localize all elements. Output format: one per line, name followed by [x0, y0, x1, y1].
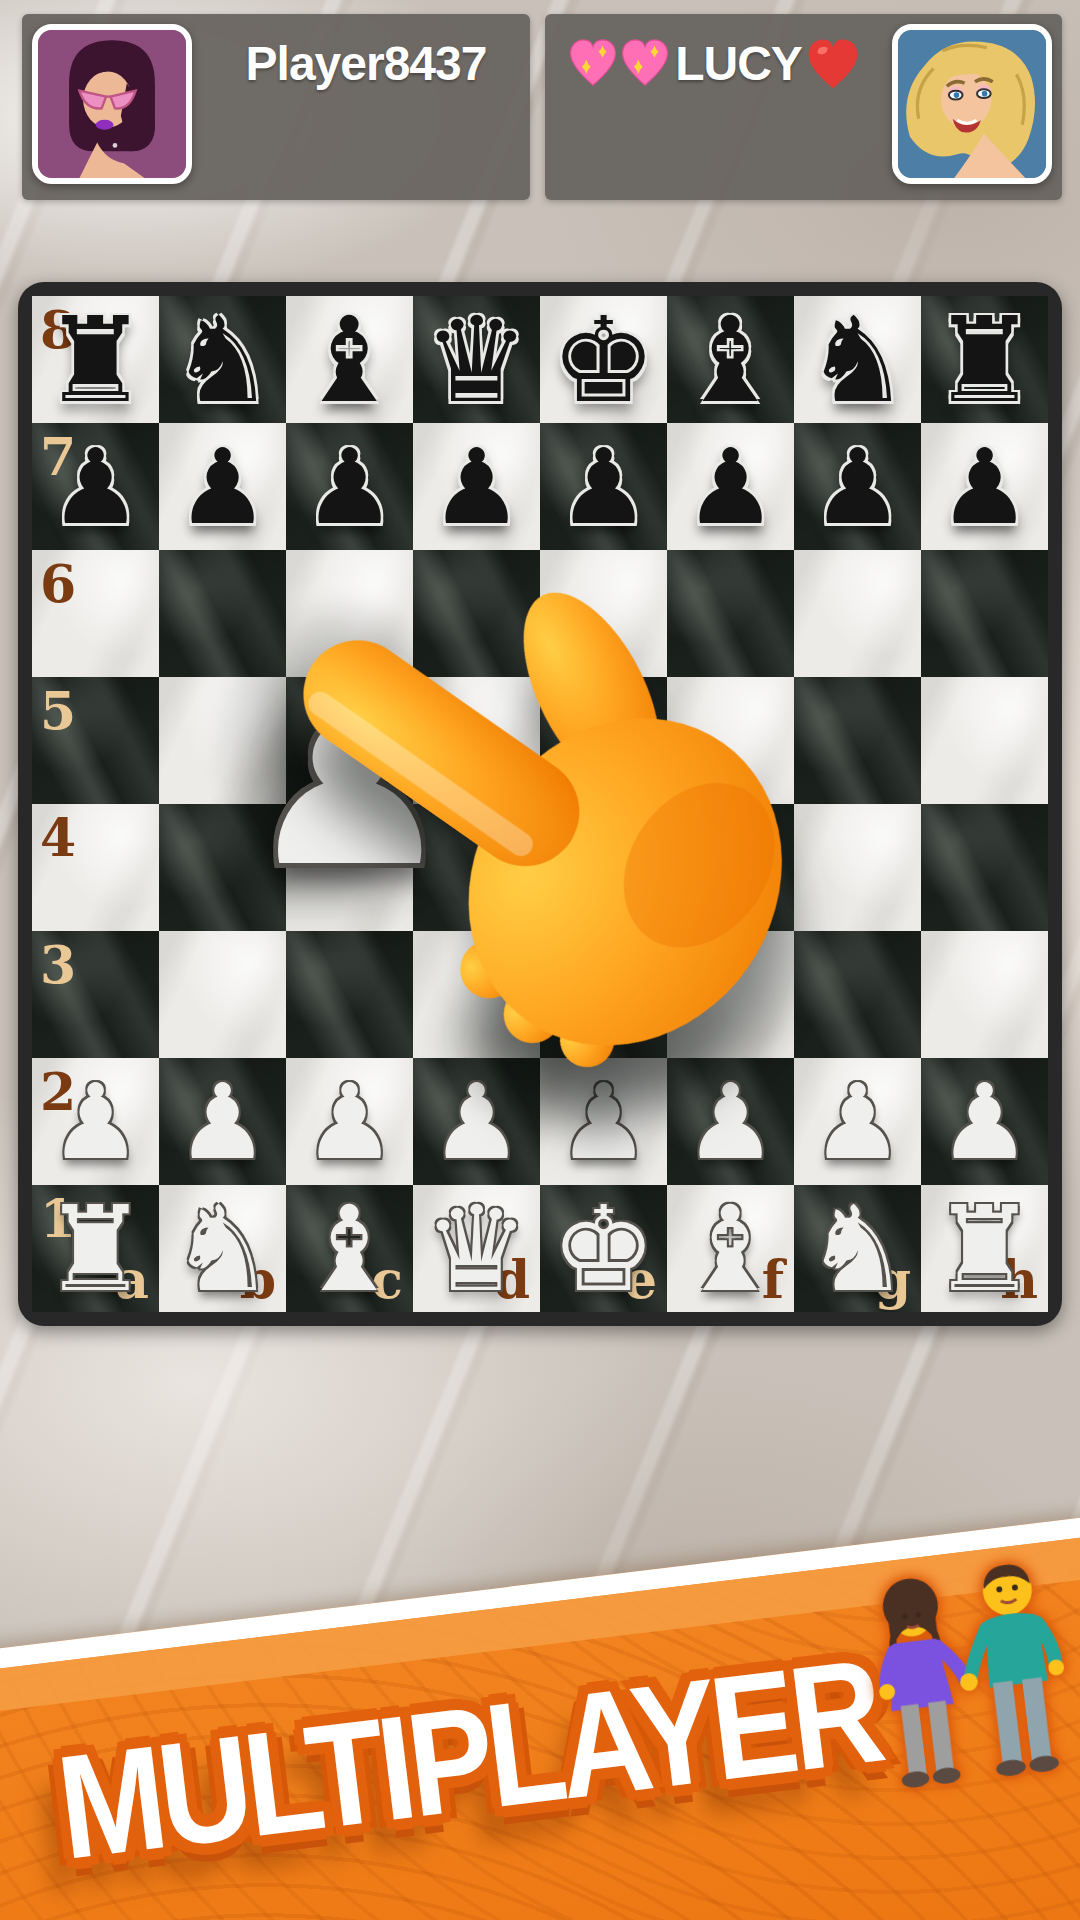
square-g7[interactable]: ♟ — [794, 423, 921, 550]
square-g1[interactable]: g♞ — [794, 1185, 921, 1312]
square-h7[interactable]: ♟ — [921, 423, 1048, 550]
rank-label-4: 4 — [40, 812, 76, 864]
square-b3[interactable] — [159, 931, 286, 1058]
square-a2[interactable]: 2♟ — [32, 1058, 159, 1185]
square-d3[interactable] — [413, 931, 540, 1058]
black-pawn-h7: ♟ — [938, 435, 1031, 539]
avatar-lucy[interactable] — [892, 24, 1052, 184]
square-f1[interactable]: f♝ — [667, 1185, 794, 1312]
purple-haired-woman-avatar — [38, 30, 186, 178]
white-pawn-a2: ♟ — [49, 1070, 142, 1174]
white-pawn-e2: ♟ — [557, 1070, 650, 1174]
square-d7[interactable]: ♟ — [413, 423, 540, 550]
black-pawn-e7: ♟ — [557, 435, 650, 539]
blonde-woman-avatar — [898, 30, 1046, 178]
black-pawn-g7: ♟ — [811, 435, 904, 539]
black-bishop-f8: ♝ — [678, 301, 784, 419]
square-e2[interactable]: ♟ — [540, 1058, 667, 1185]
black-pawn-f7: ♟ — [684, 435, 777, 539]
black-knight-b8: ♞ — [170, 301, 276, 419]
player-panel-left[interactable]: Player8437 — [22, 14, 530, 200]
square-e1[interactable]: e♚ — [540, 1185, 667, 1312]
square-b1[interactable]: b♞ — [159, 1185, 286, 1312]
rank-label-5: 5 — [40, 685, 76, 737]
square-a4[interactable]: 4 — [32, 804, 159, 931]
square-a3[interactable]: 3 — [32, 931, 159, 1058]
white-pawn-b2: ♟ — [176, 1070, 269, 1174]
square-e7[interactable]: ♟ — [540, 423, 667, 550]
square-g8[interactable]: ♞ — [794, 296, 921, 423]
white-rook-a1: ♜ — [43, 1190, 149, 1308]
square-e3[interactable] — [540, 931, 667, 1058]
black-pawn-a7: ♟ — [49, 435, 142, 539]
square-g6[interactable] — [794, 550, 921, 677]
white-pawn-c4: ♟ — [242, 661, 456, 900]
square-f4[interactable] — [667, 804, 794, 931]
black-queen-d8: ♛ — [424, 301, 530, 419]
square-g2[interactable]: ♟ — [794, 1058, 921, 1185]
square-c7[interactable]: ♟ — [286, 423, 413, 550]
square-g3[interactable] — [794, 931, 921, 1058]
white-pawn-c2: ♟ — [303, 1070, 396, 1174]
player-name-left: Player8437 — [246, 40, 487, 88]
white-knight-b1: ♞ — [170, 1190, 276, 1308]
square-b2[interactable]: ♟ — [159, 1058, 286, 1185]
white-pawn-f2: ♟ — [684, 1070, 777, 1174]
square-d1[interactable]: d♛ — [413, 1185, 540, 1312]
player-panel-right[interactable]: LUCY — [545, 14, 1062, 200]
square-g5[interactable] — [794, 677, 921, 804]
rank-label-3: 3 — [40, 939, 76, 991]
square-h5[interactable] — [921, 677, 1048, 804]
white-bishop-f1: ♝ — [678, 1190, 784, 1308]
multiplayer-banner: MULTIPLAYER — [0, 1499, 1080, 1920]
square-f7[interactable]: ♟ — [667, 423, 794, 550]
white-pawn-h2: ♟ — [938, 1070, 1031, 1174]
square-c3[interactable] — [286, 931, 413, 1058]
black-knight-g8: ♞ — [805, 301, 911, 419]
square-c1[interactable]: c♝ — [286, 1185, 413, 1312]
black-bishop-c8: ♝ — [297, 301, 403, 419]
player-name-right: LUCY — [675, 40, 802, 88]
square-d2[interactable]: ♟ — [413, 1058, 540, 1185]
white-queen-d1: ♛ — [424, 1190, 530, 1308]
avatar-player8437[interactable] — [32, 24, 192, 184]
square-h2[interactable]: ♟ — [921, 1058, 1048, 1185]
square-d8[interactable]: ♛ — [413, 296, 540, 423]
white-king-e1: ♚ — [551, 1190, 657, 1308]
square-f8[interactable]: ♝ — [667, 296, 794, 423]
sparkling-heart-icon — [565, 36, 621, 92]
square-a6[interactable]: 6 — [32, 550, 159, 677]
white-knight-g1: ♞ — [805, 1190, 911, 1308]
square-e5[interactable] — [540, 677, 667, 804]
square-h3[interactable] — [921, 931, 1048, 1058]
square-f6[interactable] — [667, 550, 794, 677]
square-h4[interactable] — [921, 804, 1048, 931]
square-h8[interactable]: ♜ — [921, 296, 1048, 423]
square-h1[interactable]: h♜ — [921, 1185, 1048, 1312]
square-a5[interactable]: 5 — [32, 677, 159, 804]
black-rook-a8: ♜ — [43, 301, 149, 419]
black-king-e8: ♚ — [551, 301, 657, 419]
square-g4[interactable] — [794, 804, 921, 931]
chess-board: 8♜♞♝♛♚♝♞♜7♟♟♟♟♟♟♟♟654♟32♟♟♟♟♟♟♟♟1a♜b♞c♝d… — [18, 282, 1062, 1326]
rank-label-6: 6 — [40, 558, 76, 610]
square-c8[interactable]: ♝ — [286, 296, 413, 423]
square-c4[interactable]: ♟ — [286, 804, 413, 931]
square-b8[interactable]: ♞ — [159, 296, 286, 423]
black-pawn-b7: ♟ — [176, 435, 269, 539]
square-e6[interactable] — [540, 550, 667, 677]
black-pawn-d7: ♟ — [430, 435, 523, 539]
black-pawn-c7: ♟ — [303, 435, 396, 539]
square-b7[interactable]: ♟ — [159, 423, 286, 550]
white-rook-h1: ♜ — [932, 1190, 1038, 1308]
woman-and-man-holding-hands-icon — [848, 1542, 1080, 1806]
square-e8[interactable]: ♚ — [540, 296, 667, 423]
sparkling-heart-icon — [617, 36, 673, 92]
white-pawn-d2: ♟ — [430, 1070, 523, 1174]
white-pawn-g2: ♟ — [811, 1070, 904, 1174]
black-rook-h8: ♜ — [932, 301, 1038, 419]
square-a1[interactable]: 1a♜ — [32, 1185, 159, 1312]
square-a8[interactable]: 8♜ — [32, 296, 159, 423]
square-a7[interactable]: 7♟ — [32, 423, 159, 550]
red-heart-icon — [804, 36, 862, 94]
square-f3[interactable] — [667, 931, 794, 1058]
square-h6[interactable] — [921, 550, 1048, 677]
square-c2[interactable]: ♟ — [286, 1058, 413, 1185]
chess-board-grid: 8♜♞♝♛♚♝♞♜7♟♟♟♟♟♟♟♟654♟32♟♟♟♟♟♟♟♟1a♜b♞c♝d… — [32, 296, 1048, 1312]
square-f5[interactable] — [667, 677, 794, 804]
square-e4[interactable] — [540, 804, 667, 931]
square-f2[interactable]: ♟ — [667, 1058, 794, 1185]
white-bishop-c1: ♝ — [297, 1190, 403, 1308]
